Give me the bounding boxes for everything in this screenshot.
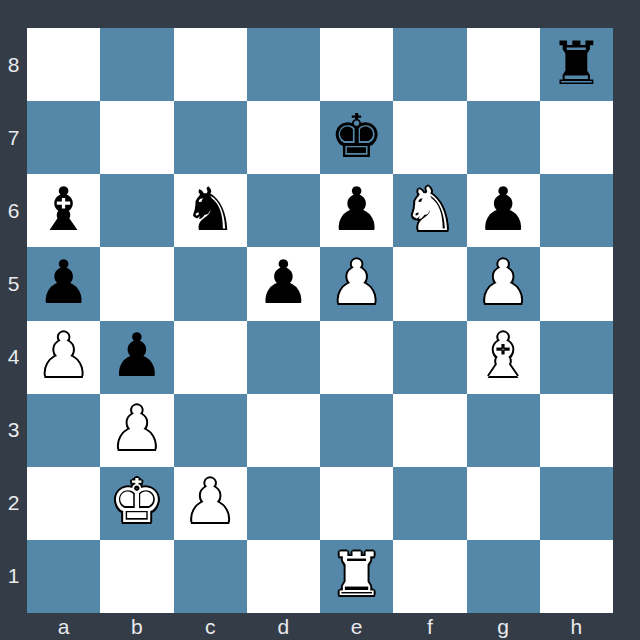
square-f7[interactable] [393, 101, 466, 174]
black-pawn[interactable]: ♟ [330, 179, 384, 239]
rank-label-7: 7 [0, 101, 27, 174]
file-label-c: c [174, 613, 247, 640]
square-d2[interactable] [247, 467, 320, 540]
white-pawn[interactable]: ♟ [330, 252, 384, 312]
square-d1[interactable] [247, 540, 320, 613]
square-h3[interactable] [540, 394, 613, 467]
square-e6[interactable]: ♟ [320, 174, 393, 247]
square-b3[interactable]: ♟ [100, 394, 173, 467]
white-pawn[interactable]: ♟ [37, 325, 91, 385]
square-g1[interactable] [467, 540, 540, 613]
white-knight[interactable]: ♞ [403, 179, 457, 239]
square-f4[interactable] [393, 321, 466, 394]
white-bishop[interactable]: ♝ [476, 325, 530, 385]
square-b1[interactable] [100, 540, 173, 613]
black-pawn[interactable]: ♟ [37, 252, 91, 312]
square-a3[interactable] [27, 394, 100, 467]
square-c3[interactable] [174, 394, 247, 467]
square-d7[interactable] [247, 101, 320, 174]
square-g4[interactable]: ♝ [467, 321, 540, 394]
rank-label-1: 1 [0, 540, 27, 613]
square-f1[interactable] [393, 540, 466, 613]
white-rook[interactable]: ♜ [330, 544, 384, 604]
square-e7[interactable]: ♚ [320, 101, 393, 174]
chess-app: 8 7 6 5 4 3 2 1 ♜♚♝♞♟♞♟♟♟♟♟♟♟♝♟♚♟♜ a b c… [0, 0, 640, 640]
square-a1[interactable] [27, 540, 100, 613]
square-f3[interactable] [393, 394, 466, 467]
square-a4[interactable]: ♟ [27, 321, 100, 394]
square-c6[interactable]: ♞ [174, 174, 247, 247]
square-e3[interactable] [320, 394, 393, 467]
square-g3[interactable] [467, 394, 540, 467]
file-label-g: g [467, 613, 540, 640]
square-h7[interactable] [540, 101, 613, 174]
square-e4[interactable] [320, 321, 393, 394]
square-a2[interactable] [27, 467, 100, 540]
square-b5[interactable] [100, 247, 173, 320]
black-knight[interactable]: ♞ [183, 179, 237, 239]
square-a7[interactable] [27, 101, 100, 174]
square-b4[interactable]: ♟ [100, 321, 173, 394]
square-d3[interactable] [247, 394, 320, 467]
square-e1[interactable]: ♜ [320, 540, 393, 613]
square-f8[interactable] [393, 28, 466, 101]
square-b6[interactable] [100, 174, 173, 247]
file-label-h: h [540, 613, 613, 640]
black-pawn[interactable]: ♟ [476, 179, 530, 239]
square-e2[interactable] [320, 467, 393, 540]
square-d5[interactable]: ♟ [247, 247, 320, 320]
white-pawn[interactable]: ♟ [110, 398, 164, 458]
rank-label-6: 6 [0, 174, 27, 247]
file-label-b: b [100, 613, 173, 640]
square-g6[interactable]: ♟ [467, 174, 540, 247]
white-king[interactable]: ♚ [110, 471, 164, 531]
rank-label-2: 2 [0, 467, 27, 540]
black-pawn[interactable]: ♟ [256, 252, 310, 312]
square-g7[interactable] [467, 101, 540, 174]
square-c7[interactable] [174, 101, 247, 174]
black-king[interactable]: ♚ [330, 106, 384, 166]
square-a8[interactable] [27, 28, 100, 101]
square-g5[interactable]: ♟ [467, 247, 540, 320]
square-h1[interactable] [540, 540, 613, 613]
square-c5[interactable] [174, 247, 247, 320]
square-f6[interactable]: ♞ [393, 174, 466, 247]
black-rook[interactable]: ♜ [549, 33, 603, 93]
square-g8[interactable] [467, 28, 540, 101]
rank-label-8: 8 [0, 28, 27, 101]
file-labels: a b c d e f g h [27, 613, 613, 640]
black-pawn[interactable]: ♟ [110, 325, 164, 385]
square-h6[interactable] [540, 174, 613, 247]
square-f2[interactable] [393, 467, 466, 540]
rank-label-3: 3 [0, 394, 27, 467]
square-c2[interactable]: ♟ [174, 467, 247, 540]
rank-labels: 8 7 6 5 4 3 2 1 [0, 28, 27, 613]
white-pawn[interactable]: ♟ [476, 252, 530, 312]
rank-label-5: 5 [0, 247, 27, 320]
chess-board: ♜♚♝♞♟♞♟♟♟♟♟♟♟♝♟♚♟♜ [27, 28, 613, 613]
file-label-e: e [320, 613, 393, 640]
square-c1[interactable] [174, 540, 247, 613]
square-c8[interactable] [174, 28, 247, 101]
square-e8[interactable] [320, 28, 393, 101]
square-h8[interactable]: ♜ [540, 28, 613, 101]
square-h2[interactable] [540, 467, 613, 540]
square-c4[interactable] [174, 321, 247, 394]
square-d4[interactable] [247, 321, 320, 394]
square-e5[interactable]: ♟ [320, 247, 393, 320]
square-a6[interactable]: ♝ [27, 174, 100, 247]
square-b7[interactable] [100, 101, 173, 174]
file-label-d: d [247, 613, 320, 640]
rank-label-4: 4 [0, 321, 27, 394]
file-label-a: a [27, 613, 100, 640]
square-b2[interactable]: ♚ [100, 467, 173, 540]
square-d6[interactable] [247, 174, 320, 247]
square-g2[interactable] [467, 467, 540, 540]
square-a5[interactable]: ♟ [27, 247, 100, 320]
square-b8[interactable] [100, 28, 173, 101]
square-h4[interactable] [540, 321, 613, 394]
square-f5[interactable] [393, 247, 466, 320]
square-h5[interactable] [540, 247, 613, 320]
white-pawn[interactable]: ♟ [183, 471, 237, 531]
black-bishop[interactable]: ♝ [37, 179, 91, 239]
file-label-f: f [393, 613, 466, 640]
square-d8[interactable] [247, 28, 320, 101]
